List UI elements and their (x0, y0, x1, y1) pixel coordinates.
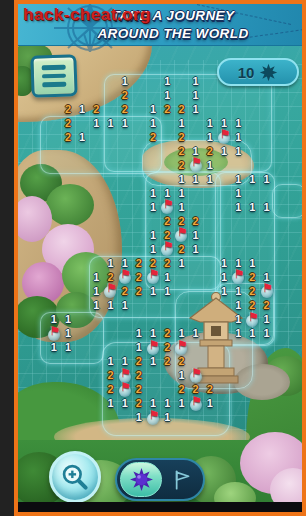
cell-r24c6[interactable]: 1 (132, 411, 146, 425)
cell-r18c15[interactable]: 1 (260, 327, 274, 341)
cell-r22c6[interactable]: 2 (132, 383, 146, 397)
flag-icon: ⚑ (191, 367, 202, 379)
cell-r2c8[interactable]: 2 (160, 102, 174, 116)
cell-r11c10[interactable]: 1 (189, 228, 203, 242)
bottom-nav-bar (18, 502, 302, 512)
cell-r22c5[interactable]: ⚑ (118, 383, 132, 397)
flag-icon: ⚑ (120, 367, 131, 379)
cell-r5c13[interactable]: 1 (231, 144, 245, 158)
cell-r10c8[interactable]: 2 (160, 214, 174, 228)
cell-r22c9[interactable]: 2 (174, 383, 188, 397)
cell-r13c9[interactable]: 1 (174, 256, 188, 270)
cell-r6c11[interactable]: 1 (203, 158, 217, 172)
flag-icon: ⚑ (163, 198, 174, 210)
cell-r4c13[interactable]: 1 (231, 130, 245, 144)
cell-r2c7[interactable]: 1 (146, 102, 160, 116)
flag-icon: ⚑ (120, 268, 131, 280)
cell-r9c8[interactable]: ⚑ (160, 200, 174, 214)
mode-toggle (115, 458, 205, 501)
cell-r15c15[interactable]: ⚑ (260, 284, 274, 298)
cell-r23c11[interactable]: 1 (203, 397, 217, 411)
board-grid[interactable]: 1112112122122121111111121221⚑1212112⚑111… (47, 74, 302, 425)
cell-r4c1[interactable]: 2 (61, 130, 75, 144)
cell-r23c10[interactable]: ⚑ (189, 397, 203, 411)
cell-r15c6[interactable]: 2 (132, 284, 146, 298)
cell-r8c9[interactable]: 1 (174, 186, 188, 200)
cell-r14c5[interactable]: ⚑ (118, 270, 132, 284)
cell-r13c8[interactable]: 2 (160, 256, 174, 270)
cell-r18c1[interactable]: 1 (61, 327, 75, 341)
cell-r2c3[interactable]: 2 (89, 102, 103, 116)
cell-r20c4[interactable]: 1 (103, 355, 117, 369)
cell-r22c4[interactable]: 2 (103, 383, 117, 397)
cell-r9c9[interactable]: 1 (174, 200, 188, 214)
cell-r21c6[interactable]: 2 (132, 369, 146, 383)
cell-r8c13[interactable]: 1 (231, 186, 245, 200)
cell-r13c6[interactable]: 2 (132, 256, 146, 270)
cell-r7c10[interactable]: 1 (189, 172, 203, 186)
cell-r3c1[interactable]: 2 (61, 116, 75, 130)
cell-r5c9[interactable]: 2 (174, 144, 188, 158)
flag-icon: ⚑ (177, 339, 188, 351)
cell-r5c12[interactable]: 1 (217, 144, 231, 158)
cell-r22c11[interactable]: 2 (203, 383, 217, 397)
cell-r15c5[interactable]: 2 (118, 284, 132, 298)
cell-r14c7[interactable]: ⚑ (146, 270, 160, 284)
cell-r2c2[interactable]: 1 (75, 102, 89, 116)
cell-r3c7[interactable]: 1 (146, 116, 160, 130)
cell-r0c8[interactable]: 1 (160, 74, 174, 88)
cell-r23c4[interactable]: 1 (103, 397, 117, 411)
cell-r14c13[interactable]: ⚑ (231, 270, 245, 284)
flag-icon (168, 467, 194, 493)
title-line-2: AROUND THE WORLD (44, 25, 302, 43)
cell-r4c11[interactable]: 1 (203, 130, 217, 144)
flag-icon: ⚑ (191, 395, 202, 407)
mine-icon (129, 467, 154, 492)
cell-r23c9[interactable]: 1 (174, 397, 188, 411)
cell-r18c10[interactable]: 1 (189, 327, 203, 341)
cell-r1c8[interactable]: 1 (160, 88, 174, 102)
cell-r14c12[interactable]: 1 (217, 270, 231, 284)
cell-r0c5[interactable]: 1 (118, 74, 132, 88)
cell-r13c14[interactable]: 1 (245, 256, 259, 270)
cell-r19c6[interactable]: 1 (132, 341, 146, 355)
cell-r16c15[interactable]: 2 (260, 299, 274, 313)
flag-icon: ⚑ (234, 268, 245, 280)
zoom-in-button[interactable] (49, 451, 101, 503)
cell-r15c3[interactable]: 1 (89, 284, 103, 298)
cell-r13c4[interactable]: 1 (103, 256, 117, 270)
cell-r23c6[interactable]: 2 (132, 397, 146, 411)
cell-r3c5[interactable]: 1 (118, 116, 132, 130)
cell-r14c8[interactable]: 1 (160, 270, 174, 284)
cell-r15c8[interactable]: 1 (160, 284, 174, 298)
cell-r18c13[interactable]: 1 (231, 327, 245, 341)
cell-r2c10[interactable]: 1 (189, 102, 203, 116)
cell-r15c13[interactable]: 1 (231, 284, 245, 298)
cell-r4c7[interactable]: 2 (146, 130, 160, 144)
watermark: hack-cheat.org (23, 5, 151, 25)
flag-icon: ⚑ (120, 381, 131, 393)
cell-r9c15[interactable]: 1 (260, 200, 274, 214)
cell-r8c7[interactable]: 1 (146, 186, 160, 200)
cell-r21c4[interactable]: 2 (103, 369, 117, 383)
cell-r20c8[interactable]: 2 (160, 355, 174, 369)
cell-r23c8[interactable]: 1 (160, 397, 174, 411)
cell-r11c9[interactable]: ⚑ (174, 228, 188, 242)
cell-r2c5[interactable]: 2 (118, 102, 132, 116)
cell-r14c14[interactable]: 2 (245, 270, 259, 284)
cell-r3c9[interactable]: 1 (174, 116, 188, 130)
flag-icon: ⚑ (248, 311, 259, 323)
flag-icon: ⚑ (149, 268, 160, 280)
cell-r16c4[interactable]: 1 (103, 299, 117, 313)
flag-icon: ⚑ (220, 128, 231, 140)
cell-r15c4[interactable]: ⚑ (103, 284, 117, 298)
cell-r15c14[interactable]: 2 (245, 284, 259, 298)
flag-icon: ⚑ (163, 240, 174, 252)
cell-r18c14[interactable]: 1 (245, 327, 259, 341)
cell-r14c3[interactable]: 1 (89, 270, 103, 284)
cell-r3c11[interactable]: 1 (203, 116, 217, 130)
cell-r17c15[interactable]: 1 (260, 313, 274, 327)
cell-r24c7[interactable]: ⚑ (146, 411, 160, 425)
cell-r13c12[interactable]: 1 (217, 256, 231, 270)
cell-r12c10[interactable]: 1 (189, 242, 203, 256)
cell-r2c1[interactable]: 2 (61, 102, 75, 116)
flag-icon: ⚑ (177, 226, 188, 238)
cell-r20c7[interactable]: 1 (146, 355, 160, 369)
cell-r19c8[interactable]: 2 (160, 341, 174, 355)
cell-r16c13[interactable]: 1 (231, 299, 245, 313)
cell-r3c3[interactable]: 1 (89, 116, 103, 130)
cell-r12c7[interactable]: 1 (146, 242, 160, 256)
cell-r12c9[interactable]: 2 (174, 242, 188, 256)
cell-r16c5[interactable]: 1 (118, 299, 132, 313)
hamburger-menu-icon (42, 65, 66, 70)
flag-icon: ⚑ (49, 325, 60, 337)
cell-r20c9[interactable]: 2 (174, 355, 188, 369)
cell-r6c10[interactable]: ⚑ (189, 158, 203, 172)
cell-r19c9[interactable]: ⚑ (174, 341, 188, 355)
cell-r23c5[interactable]: 1 (118, 397, 132, 411)
mine-counter: 10 (217, 58, 299, 86)
cell-r17c14[interactable]: ⚑ (245, 313, 259, 327)
cell-r18c8[interactable]: 2 (160, 327, 174, 341)
cell-r11c7[interactable]: 1 (146, 228, 160, 242)
cell-r3c13[interactable]: 1 (231, 116, 245, 130)
menu-button[interactable] (30, 54, 77, 98)
cell-r6c9[interactable]: 2 (174, 158, 188, 172)
game-screen: 1112112122122121111111121221⚑1212112⚑111… (14, 0, 306, 516)
cell-r17c13[interactable]: 1 (231, 313, 245, 327)
cell-r12c8[interactable]: ⚑ (160, 242, 174, 256)
cell-r20c6[interactable]: 2 (132, 355, 146, 369)
cell-r15c7[interactable]: 1 (146, 284, 160, 298)
cell-r3c4[interactable]: 1 (103, 116, 117, 130)
flag-mode-button[interactable] (162, 467, 200, 493)
zoom-in-magnifier-icon (59, 461, 91, 493)
cell-r7c11[interactable]: 1 (203, 172, 217, 186)
cell-r2c9[interactable]: 2 (174, 102, 188, 116)
cell-r1c10[interactable]: 1 (189, 88, 203, 102)
cell-r4c9[interactable]: 2 (174, 130, 188, 144)
cell-r16c3[interactable]: 1 (89, 299, 103, 313)
cell-r5c11[interactable]: 2 (203, 144, 217, 158)
flag-icon: ⚑ (149, 409, 160, 421)
cell-r18c0[interactable]: ⚑ (47, 327, 61, 341)
cell-r9c7[interactable]: 1 (146, 200, 160, 214)
cell-r1c5[interactable]: 2 (118, 88, 132, 102)
cell-r4c12[interactable]: ⚑ (217, 130, 231, 144)
cell-r18c6[interactable]: 1 (132, 327, 146, 341)
mine-mode-button[interactable] (120, 462, 162, 497)
cell-r21c10[interactable]: ⚑ (189, 369, 203, 383)
cell-r19c1[interactable]: 1 (61, 341, 75, 355)
cell-r7c9[interactable]: 1 (174, 172, 188, 186)
mines-left-count: 10 (238, 64, 255, 81)
flag-icon: ⚑ (106, 282, 117, 294)
cell-r4c2[interactable]: 1 (75, 130, 89, 144)
cell-r7c15[interactable]: 1 (260, 172, 274, 186)
cell-r10c10[interactable]: 2 (189, 214, 203, 228)
cell-r14c6[interactable]: 2 (132, 270, 146, 284)
flag-icon: ⚑ (149, 339, 160, 351)
flag-icon: ⚑ (191, 156, 202, 168)
cell-r7c13[interactable]: 1 (231, 172, 245, 186)
cell-r15c12[interactable]: 1 (217, 284, 231, 298)
mine-icon (259, 63, 278, 82)
cell-r24c8[interactable]: 1 (160, 411, 174, 425)
cell-r21c9[interactable]: 1 (174, 369, 188, 383)
cell-r19c7[interactable]: ⚑ (146, 341, 160, 355)
cell-r19c0[interactable]: 1 (47, 341, 61, 355)
cell-r9c13[interactable]: 1 (231, 200, 245, 214)
cell-r9c14[interactable]: 1 (245, 200, 259, 214)
cell-r7c14[interactable]: 1 (245, 172, 259, 186)
cell-r17c1[interactable]: 1 (61, 313, 75, 327)
cell-r0c10[interactable]: 1 (189, 74, 203, 88)
flag-icon: ⚑ (262, 282, 273, 294)
